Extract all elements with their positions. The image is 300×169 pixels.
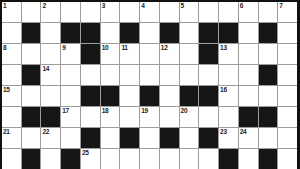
black-cell — [259, 149, 278, 169]
crossword-cell[interactable] — [101, 23, 120, 43]
crossword-cell[interactable]: 6 — [239, 2, 258, 22]
clue-number: 6 — [240, 2, 243, 9]
crossword-cell[interactable] — [22, 86, 41, 106]
black-cell — [81, 44, 100, 64]
crossword-cell[interactable]: 7 — [278, 2, 297, 22]
crossword-cell[interactable] — [2, 107, 21, 127]
crossword-cell[interactable] — [180, 65, 199, 85]
black-cell — [81, 128, 100, 148]
clue-number: 20 — [181, 107, 188, 114]
crossword-cell[interactable] — [278, 149, 297, 169]
crossword-cell[interactable]: 11 — [120, 44, 139, 64]
black-cell — [199, 86, 218, 106]
crossword-cell[interactable] — [278, 86, 297, 106]
crossword-grid: 1234567891011121314151617181920212223242… — [0, 0, 300, 169]
crossword-cell[interactable]: 8 — [2, 44, 21, 64]
crossword-cell[interactable] — [81, 65, 100, 85]
crossword-cell[interactable] — [22, 128, 41, 148]
black-cell — [61, 149, 80, 169]
crossword-cell[interactable]: 23 — [219, 128, 238, 148]
crossword-cell[interactable]: 18 — [101, 107, 120, 127]
crossword-cell[interactable] — [278, 128, 297, 148]
crossword-cell[interactable] — [61, 86, 80, 106]
crossword-cell[interactable] — [101, 149, 120, 169]
crossword-cell[interactable] — [259, 2, 278, 22]
black-cell — [219, 23, 238, 43]
crossword-cell[interactable] — [239, 44, 258, 64]
crossword-cell[interactable] — [2, 149, 21, 169]
clue-number: 5 — [181, 2, 184, 9]
clue-number: 25 — [82, 149, 89, 156]
crossword-cell[interactable]: 15 — [2, 86, 21, 106]
crossword-cell[interactable]: 4 — [140, 2, 159, 22]
clue-number: 10 — [102, 44, 109, 51]
black-cell — [199, 44, 218, 64]
crossword-cell[interactable] — [239, 65, 258, 85]
crossword-cell[interactable] — [278, 107, 297, 127]
crossword-cell[interactable] — [160, 2, 179, 22]
black-cell — [259, 65, 278, 85]
crossword-cell[interactable] — [140, 23, 159, 43]
clue-number: 17 — [62, 107, 69, 114]
crossword-cell[interactable]: 19 — [140, 107, 159, 127]
black-cell — [81, 23, 100, 43]
crossword-cell[interactable] — [219, 107, 238, 127]
crossword-cell[interactable] — [160, 65, 179, 85]
clue-number: 15 — [3, 86, 10, 93]
crossword-cell[interactable] — [259, 86, 278, 106]
crossword-cell[interactable] — [81, 2, 100, 22]
crossword-cell[interactable] — [180, 128, 199, 148]
black-cell — [81, 86, 100, 106]
crossword-cell[interactable]: 2 — [41, 2, 60, 22]
clue-number: 9 — [62, 44, 65, 51]
crossword-cell[interactable] — [259, 128, 278, 148]
black-cell — [22, 23, 41, 43]
black-cell — [101, 86, 120, 106]
crossword-cell[interactable] — [41, 86, 60, 106]
crossword-cell[interactable] — [101, 128, 120, 148]
black-cell — [239, 107, 258, 127]
crossword-board-wrap: 1234567891011121314151617181920212223242… — [0, 0, 300, 169]
crossword-cell[interactable]: 17 — [61, 107, 80, 127]
crossword-cell[interactable] — [278, 65, 297, 85]
crossword-cell[interactable] — [101, 65, 120, 85]
crossword-cell[interactable]: 1 — [2, 2, 21, 22]
crossword-cell[interactable] — [120, 65, 139, 85]
crossword-cell[interactable] — [120, 86, 139, 106]
clue-number: 12 — [161, 44, 168, 51]
black-cell — [160, 128, 179, 148]
crossword-cell[interactable] — [120, 107, 139, 127]
black-cell — [22, 107, 41, 127]
crossword-cell[interactable]: 22 — [41, 128, 60, 148]
black-cell — [199, 23, 218, 43]
crossword-cell[interactable] — [239, 149, 258, 169]
clue-number: 1 — [3, 2, 6, 9]
crossword-cell[interactable] — [160, 107, 179, 127]
crossword-cell[interactable] — [199, 107, 218, 127]
crossword-cell[interactable] — [22, 44, 41, 64]
black-cell — [259, 107, 278, 127]
crossword-cell[interactable] — [61, 2, 80, 22]
crossword-cell[interactable]: 21 — [2, 128, 21, 148]
black-cell — [259, 23, 278, 43]
black-cell — [160, 23, 179, 43]
crossword-cell[interactable] — [199, 149, 218, 169]
clue-number: 24 — [240, 128, 247, 135]
clue-number: 13 — [220, 44, 227, 51]
crossword-cell[interactable] — [239, 86, 258, 106]
crossword-cell[interactable]: 9 — [61, 44, 80, 64]
clue-number: 8 — [3, 44, 6, 51]
crossword-cell[interactable]: 20 — [180, 107, 199, 127]
clue-number: 14 — [42, 65, 49, 72]
crossword-cell[interactable]: 10 — [101, 44, 120, 64]
crossword-cell[interactable]: 14 — [41, 65, 60, 85]
black-cell — [22, 149, 41, 169]
crossword-cell[interactable] — [2, 23, 21, 43]
black-cell — [219, 149, 238, 169]
black-cell — [61, 23, 80, 43]
crossword-cell[interactable] — [22, 2, 41, 22]
clue-number: 11 — [121, 44, 127, 51]
clue-number: 18 — [102, 107, 109, 114]
crossword-cell[interactable] — [239, 23, 258, 43]
crossword-cell[interactable] — [160, 86, 179, 106]
black-cell — [199, 128, 218, 148]
crossword-cell[interactable] — [120, 2, 139, 22]
clue-number: 23 — [220, 128, 227, 135]
black-cell — [120, 23, 139, 43]
crossword-cell[interactable]: 5 — [180, 2, 199, 22]
crossword-cell[interactable] — [278, 23, 297, 43]
crossword-cell[interactable]: 3 — [101, 2, 120, 22]
crossword-cell[interactable] — [259, 44, 278, 64]
crossword-cell[interactable] — [41, 23, 60, 43]
crossword-cell[interactable] — [140, 128, 159, 148]
clue-number: 7 — [279, 2, 282, 9]
clue-number: 4 — [141, 2, 144, 9]
crossword-cell[interactable] — [140, 149, 159, 169]
crossword-cell[interactable]: 24 — [239, 128, 258, 148]
clue-number: 22 — [42, 128, 49, 135]
crossword-cell[interactable] — [278, 44, 297, 64]
clue-number: 19 — [141, 107, 148, 114]
clue-number: 21 — [3, 128, 10, 135]
crossword-cell[interactable] — [140, 65, 159, 85]
black-cell — [140, 86, 159, 106]
crossword-cell[interactable] — [41, 44, 60, 64]
crossword-cell[interactable] — [180, 44, 199, 64]
crossword-cell[interactable] — [140, 44, 159, 64]
clue-number: 3 — [102, 2, 105, 9]
crossword-cell[interactable] — [199, 2, 218, 22]
crossword-cell[interactable]: 25 — [81, 149, 100, 169]
black-cell — [41, 107, 60, 127]
crossword-cell[interactable] — [2, 65, 21, 85]
clue-number: 16 — [220, 86, 227, 93]
crossword-cell[interactable] — [219, 2, 238, 22]
crossword-cell[interactable]: 13 — [219, 44, 238, 64]
crossword-cell[interactable]: 12 — [160, 44, 179, 64]
crossword-cell[interactable] — [219, 65, 238, 85]
crossword-cell[interactable] — [81, 107, 100, 127]
crossword-cell[interactable] — [61, 65, 80, 85]
crossword-cell[interactable] — [199, 65, 218, 85]
black-cell — [120, 128, 139, 148]
crossword-cell[interactable] — [41, 149, 60, 169]
crossword-cell[interactable]: 16 — [219, 86, 238, 106]
clue-number: 2 — [42, 2, 45, 9]
crossword-cell[interactable] — [61, 128, 80, 148]
crossword-cell[interactable] — [160, 149, 179, 169]
crossword-cell[interactable] — [120, 149, 139, 169]
crossword-cell[interactable] — [180, 23, 199, 43]
black-cell — [180, 86, 199, 106]
black-cell — [22, 65, 41, 85]
crossword-cell[interactable] — [180, 149, 199, 169]
